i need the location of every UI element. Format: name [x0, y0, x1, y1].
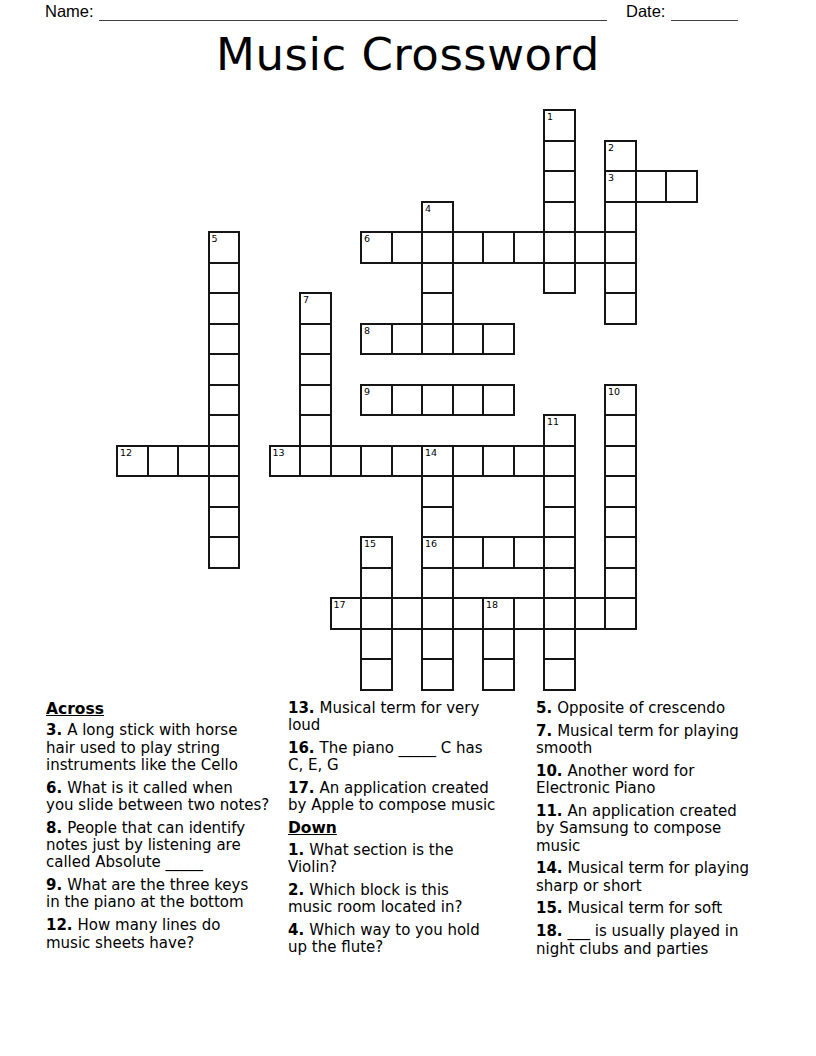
clue-down-14-text: Musical term for playing sharp or short [536, 859, 749, 894]
clue-number-8: 8 [364, 325, 370, 336]
grid-cell-r5c16[interactable] [604, 262, 637, 295]
grid-cell-r3c16[interactable] [604, 201, 637, 234]
grid-cell-r10c16[interactable] [604, 414, 637, 447]
clue-across-17-text: An application created by Apple to compo… [288, 779, 495, 814]
clue-across-13-text: Musical term for very loud [288, 699, 479, 734]
grid-cell-r10c3[interactable] [208, 414, 241, 447]
clue-number-11: 11 [547, 416, 559, 427]
date-input-line[interactable] [671, 6, 738, 21]
clue-number-15: 15 [364, 538, 376, 549]
grid-cell-r0c14[interactable]: 1 [543, 109, 576, 142]
clue-across-3-number: 3. [46, 721, 62, 739]
grid-cell-r17c14[interactable] [543, 628, 576, 661]
grid-cell-r18c10[interactable] [421, 658, 454, 691]
clue-down-14: 14.Musical term for playing sharp or sho… [536, 860, 788, 895]
clue-number-6: 6 [364, 233, 370, 244]
grid-cell-r16c13[interactable] [513, 597, 546, 630]
grid-cell-r11c9[interactable] [391, 445, 424, 478]
grid-cell-r14c8[interactable]: 15 [360, 536, 393, 569]
grid-cell-r15c16[interactable] [604, 567, 637, 600]
grid-cell-r14c3[interactable] [208, 536, 241, 569]
clue-down-10-number: 10. [536, 762, 563, 780]
grid-cell-r1c16[interactable]: 2 [604, 140, 637, 173]
grid-cell-r3c14[interactable] [543, 201, 576, 234]
grid-cell-r5c14[interactable] [543, 262, 576, 295]
clue-number-12: 12 [120, 447, 132, 458]
clue-across-12-number: 12. [46, 916, 73, 934]
grid-cell-r2c18[interactable] [665, 170, 698, 203]
grid-cell-r7c6[interactable] [299, 323, 332, 356]
clue-down-5-text: Opposite of crescendo [557, 699, 725, 717]
clue-across-6-number: 6. [46, 779, 62, 797]
grid-cell-r16c8[interactable] [360, 597, 393, 630]
name-input-line[interactable] [99, 6, 607, 21]
grid-cell-r5c10[interactable] [421, 262, 454, 295]
grid-cell-r14c10[interactable]: 16 [421, 536, 454, 569]
clue-number-17: 17 [334, 599, 346, 610]
grid-cell-r11c3[interactable] [208, 445, 241, 478]
grid-cell-r12c10[interactable] [421, 475, 454, 508]
clue-number-9: 9 [364, 386, 370, 397]
clue-across-16: 16.The piano _____ C has C, E, G [288, 740, 534, 775]
clue-down-18-text: ___ is usually played in night clubs and… [536, 922, 739, 957]
clue-down-2-text: Which block is this music room located i… [288, 881, 463, 916]
clue-down-2-number: 2. [288, 881, 304, 899]
clue-down-5: 5.Opposite of crescendo [536, 700, 788, 717]
grid-cell-r7c8[interactable]: 8 [360, 323, 393, 356]
clue-down-15-text: Musical term for soft [568, 899, 722, 917]
clue-down-10: 10.Another word for Electronic Piano [536, 763, 788, 798]
grid-cell-r16c12[interactable]: 18 [482, 597, 515, 630]
clue-across-9: 9.What are the three keys in the piano a… [46, 877, 288, 912]
clue-down-4-text: Which way to you hold up the flute? [288, 921, 480, 956]
grid-cell-r8c6[interactable] [299, 353, 332, 386]
grid-cell-r2c17[interactable] [635, 170, 668, 203]
clue-down-18: 18.___ is usually played in night clubs … [536, 923, 788, 958]
grid-cell-r11c14[interactable] [543, 445, 576, 478]
grid-cell-r4c10[interactable] [421, 231, 454, 264]
grid-cell-r14c14[interactable] [543, 536, 576, 569]
clue-across-9-text: What are the three keys in the piano at … [46, 876, 248, 911]
clue-across-8-text: People that can identify notes just by l… [46, 819, 245, 872]
clue-number-14: 14 [425, 447, 437, 458]
worksheet-page: Name: Date: Music Crossword 123456789101… [0, 0, 816, 1056]
clues-column-3: 5.Opposite of crescendo7.Musical term fo… [536, 700, 788, 963]
clue-across-12: 12.How many lines do music sheets have? [46, 917, 288, 952]
grid-cell-r3c10[interactable]: 4 [421, 201, 454, 234]
clue-down-7: 7.Musical term for playing smooth [536, 723, 788, 758]
clue-down-7-number: 7. [536, 722, 552, 740]
grid-cell-r2c14[interactable] [543, 170, 576, 203]
grid-cell-r4c11[interactable] [452, 231, 485, 264]
clue-down-14-number: 14. [536, 859, 563, 877]
clue-across-8-number: 8. [46, 819, 62, 837]
grid-cell-r14c16[interactable] [604, 536, 637, 569]
grid-cell-r11c2[interactable] [177, 445, 210, 478]
clue-number-16: 16 [425, 538, 437, 549]
grid-cell-r15c8[interactable] [360, 567, 393, 600]
clue-across-3: 3.A long stick with horse hair used to p… [46, 722, 288, 774]
grid-cell-r13c16[interactable] [604, 506, 637, 539]
grid-cell-r18c12[interactable] [482, 658, 515, 691]
grid-cell-r16c10[interactable] [421, 597, 454, 630]
down-heading: Down [288, 820, 534, 837]
grid-cell-r1c14[interactable] [543, 140, 576, 173]
across-heading: Across [46, 701, 288, 718]
clue-number-13: 13 [273, 447, 285, 458]
clue-across-16-number: 16. [288, 739, 315, 757]
grid-cell-r11c0[interactable]: 12 [116, 445, 149, 478]
clue-across-8: 8.People that can identify notes just by… [46, 820, 288, 872]
grid-cell-r11c11[interactable] [452, 445, 485, 478]
clue-number-4: 4 [425, 203, 431, 214]
crossword-grid: 123456789101112131415161718 [116, 109, 698, 691]
grid-cell-r11c5[interactable]: 13 [269, 445, 302, 478]
clue-across-6: 6.What is it called when you slide betwe… [46, 780, 288, 815]
grid-cell-r18c8[interactable] [360, 658, 393, 691]
grid-cell-r4c13[interactable] [513, 231, 546, 264]
grid-cell-r6c6[interactable]: 7 [299, 292, 332, 325]
date-label: Date: [626, 2, 665, 20]
clue-down-1: 1.What section is the Violin? [288, 842, 534, 877]
grid-cell-r4c9[interactable] [391, 231, 424, 264]
grid-cell-r4c14[interactable] [543, 231, 576, 264]
grid-cell-r11c12[interactable] [482, 445, 515, 478]
clue-down-4: 4.Which way to you hold up the flute? [288, 922, 534, 957]
clue-down-7-text: Musical term for playing smooth [536, 722, 739, 757]
clue-across-9-number: 9. [46, 876, 62, 894]
clue-down-11-text: An application created by Samsung to com… [536, 802, 737, 855]
grid-cell-r11c13[interactable] [513, 445, 546, 478]
grid-cell-r9c9[interactable] [391, 384, 424, 417]
clue-down-11: 11.An application created by Samsung to … [536, 803, 788, 855]
grid-cell-r11c10[interactable]: 14 [421, 445, 454, 478]
clue-across-17-number: 17. [288, 779, 315, 797]
clue-down-15-number: 15. [536, 899, 563, 917]
grid-cell-r12c3[interactable] [208, 475, 241, 508]
clue-down-2: 2.Which block is this music room located… [288, 882, 534, 917]
clue-down-18-number: 18. [536, 922, 563, 940]
clue-down-11-number: 11. [536, 802, 563, 820]
grid-cell-r13c10[interactable] [421, 506, 454, 539]
grid-cell-r17c12[interactable] [482, 628, 515, 661]
grid-cell-r15c10[interactable] [421, 567, 454, 600]
grid-cell-r7c10[interactable] [421, 323, 454, 356]
grid-cell-r13c14[interactable] [543, 506, 576, 539]
grid-cell-r17c8[interactable] [360, 628, 393, 661]
grid-cell-r12c14[interactable] [543, 475, 576, 508]
clue-number-5: 5 [212, 233, 218, 244]
clue-number-10: 10 [608, 386, 620, 397]
clue-down-1-text: What section is the Violin? [288, 841, 453, 876]
clue-across-13-number: 13. [288, 699, 315, 717]
grid-cell-r17c10[interactable] [421, 628, 454, 661]
grid-cell-r4c12[interactable] [482, 231, 515, 264]
grid-cell-r14c11[interactable] [452, 536, 485, 569]
clue-across-16-text: The piano _____ C has C, E, G [288, 739, 483, 774]
grid-cell-r6c10[interactable] [421, 292, 454, 325]
grid-cell-r9c11[interactable] [452, 384, 485, 417]
grid-cell-r8c3[interactable] [208, 353, 241, 386]
grid-cell-r11c8[interactable] [360, 445, 393, 478]
grid-cell-r13c3[interactable] [208, 506, 241, 539]
grid-cell-r16c16[interactable] [604, 597, 637, 630]
grid-cell-r12c16[interactable] [604, 475, 637, 508]
grid-cell-r4c8[interactable]: 6 [360, 231, 393, 264]
clue-across-17: 17.An application created by Apple to co… [288, 780, 534, 815]
grid-cell-r10c6[interactable] [299, 414, 332, 447]
clues-column-2: 13.Musical term for very loud16.The pian… [288, 700, 534, 962]
grid-cell-r4c16[interactable] [604, 231, 637, 264]
page-title: Music Crossword [0, 30, 816, 80]
grid-cell-r7c12[interactable] [482, 323, 515, 356]
grid-cell-r9c16[interactable]: 10 [604, 384, 637, 417]
clue-across-6-text: What is it called when you slide between… [46, 779, 269, 814]
clue-number-18: 18 [486, 599, 498, 610]
grid-cell-r5c3[interactable] [208, 262, 241, 295]
grid-cell-r9c12[interactable] [482, 384, 515, 417]
clue-across-3-text: A long stick with horse hair used to pla… [46, 721, 238, 774]
grid-cell-r16c11[interactable] [452, 597, 485, 630]
clue-down-5-number: 5. [536, 699, 552, 717]
grid-cell-r14c13[interactable] [513, 536, 546, 569]
clue-number-1: 1 [547, 111, 553, 122]
grid-cell-r7c3[interactable] [208, 323, 241, 356]
grid-cell-r4c15[interactable] [574, 231, 607, 264]
grid-cell-r16c15[interactable] [574, 597, 607, 630]
grid-cell-r9c8[interactable]: 9 [360, 384, 393, 417]
grid-cell-r10c14[interactable]: 11 [543, 414, 576, 447]
grid-cell-r11c7[interactable] [330, 445, 363, 478]
grid-cell-r6c3[interactable] [208, 292, 241, 325]
name-label: Name: [45, 2, 94, 20]
clue-down-1-number: 1. [288, 841, 304, 859]
grid-cell-r9c6[interactable] [299, 384, 332, 417]
grid-cell-r9c3[interactable] [208, 384, 241, 417]
grid-cell-r2c16[interactable]: 3 [604, 170, 637, 203]
grid-cell-r7c11[interactable] [452, 323, 485, 356]
clue-number-7: 7 [303, 294, 309, 305]
clue-number-2: 2 [608, 142, 614, 153]
grid-cell-r16c9[interactable] [391, 597, 424, 630]
clue-down-4-number: 4. [288, 921, 304, 939]
grid-cell-r15c14[interactable] [543, 567, 576, 600]
grid-cell-r11c6[interactable] [299, 445, 332, 478]
grid-cell-r11c16[interactable] [604, 445, 637, 478]
clue-across-13: 13.Musical term for very loud [288, 700, 534, 735]
clue-number-3: 3 [608, 172, 614, 183]
clue-down-15: 15.Musical term for soft [536, 900, 788, 917]
grid-cell-r11c1[interactable] [147, 445, 180, 478]
clues-column-1: Across3.A long stick with horse hair use… [46, 700, 288, 957]
grid-cell-r6c16[interactable] [604, 292, 637, 325]
grid-cell-r7c9[interactable] [391, 323, 424, 356]
grid-cell-r18c14[interactable] [543, 658, 576, 691]
grid-cell-r4c3[interactable]: 5 [208, 231, 241, 264]
grid-cell-r16c7[interactable]: 17 [330, 597, 363, 630]
grid-cell-r16c14[interactable] [543, 597, 576, 630]
grid-cell-r9c10[interactable] [421, 384, 454, 417]
grid-cell-r14c12[interactable] [482, 536, 515, 569]
